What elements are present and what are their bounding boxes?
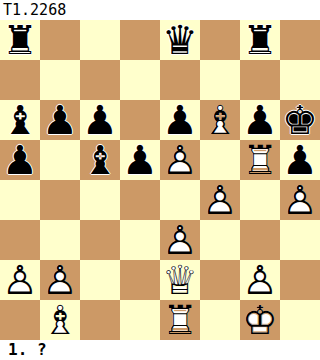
white-pawn-outline-icon: ♙ [280,180,320,220]
black-rook-piece[interactable]: ♜ [240,20,280,60]
square-h4[interactable]: ♟♙ [280,180,320,220]
white-pawn-piece[interactable]: ♟♙ [200,180,240,220]
white-pawn-outline-icon: ♙ [0,260,40,300]
square-a5[interactable]: ♟ [0,140,40,180]
square-f6[interactable]: ♝♗ [200,100,240,140]
white-bishop-outline-icon: ♗ [200,100,240,140]
white-king-piece[interactable]: ♚♔ [240,300,280,340]
square-b5[interactable] [40,140,80,180]
white-pawn-outline-icon: ♙ [200,180,240,220]
white-pawn-outline-icon: ♙ [240,260,280,300]
square-a7[interactable] [0,60,40,100]
square-d5[interactable]: ♟ [120,140,160,180]
white-pawn-piece[interactable]: ♟♙ [160,220,200,260]
square-h7[interactable] [280,60,320,100]
black-pawn-icon: ♟ [40,100,80,140]
black-king-icon: ♚ [280,100,320,140]
square-f1[interactable] [200,300,240,340]
white-bishop-piece[interactable]: ♝♗ [40,300,80,340]
square-h3[interactable] [280,220,320,260]
black-pawn-piece[interactable]: ♟ [240,100,280,140]
black-pawn-icon: ♟ [120,140,160,180]
black-king-piece[interactable]: ♚ [280,100,320,140]
square-b6[interactable]: ♟ [40,100,80,140]
square-g3[interactable] [240,220,280,260]
square-h8[interactable] [280,20,320,60]
chess-puzzle-app: T1.2268 ♜♛♜♝♟♟♟♝♗♟♚♟♝♟♟♙♜♖♟♟♙♟♙♟♙♟♙♟♙♛♕♟… [0,0,320,360]
white-pawn-outline-icon: ♙ [160,220,200,260]
white-queen-piece[interactable]: ♛♕ [160,260,200,300]
square-c2[interactable] [80,260,120,300]
square-f5[interactable] [200,140,240,180]
square-a2[interactable]: ♟♙ [0,260,40,300]
square-g4[interactable] [240,180,280,220]
square-b2[interactable]: ♟♙ [40,260,80,300]
black-pawn-piece[interactable]: ♟ [160,100,200,140]
white-pawn-piece[interactable]: ♟♙ [160,140,200,180]
square-f4[interactable]: ♟♙ [200,180,240,220]
white-bishop-outline-icon: ♗ [40,300,80,340]
square-c8[interactable] [80,20,120,60]
square-g5[interactable]: ♜♖ [240,140,280,180]
square-c1[interactable] [80,300,120,340]
square-f3[interactable] [200,220,240,260]
black-pawn-icon: ♟ [240,100,280,140]
black-pawn-icon: ♟ [80,100,120,140]
footer: 1. ? [0,340,320,360]
square-c4[interactable] [80,180,120,220]
square-g8[interactable]: ♜ [240,20,280,60]
black-rook-icon: ♜ [240,20,280,60]
square-a3[interactable] [0,220,40,260]
black-bishop-piece[interactable]: ♝ [80,140,120,180]
black-pawn-icon: ♟ [0,140,40,180]
square-g7[interactable] [240,60,280,100]
black-pawn-piece[interactable]: ♟ [80,100,120,140]
square-h6[interactable]: ♚ [280,100,320,140]
square-h2[interactable] [280,260,320,300]
square-e1[interactable]: ♜♖ [160,300,200,340]
square-h5[interactable]: ♟ [280,140,320,180]
square-f7[interactable] [200,60,240,100]
square-e5[interactable]: ♟♙ [160,140,200,180]
square-e6[interactable]: ♟ [160,100,200,140]
black-bishop-piece[interactable]: ♝ [0,100,40,140]
black-pawn-piece[interactable]: ♟ [280,140,320,180]
square-e8[interactable]: ♛ [160,20,200,60]
square-d4[interactable] [120,180,160,220]
square-c3[interactable] [80,220,120,260]
square-b8[interactable] [40,20,80,60]
white-pawn-outline-icon: ♙ [40,260,80,300]
square-c7[interactable] [80,60,120,100]
square-d2[interactable] [120,260,160,300]
black-bishop-icon: ♝ [0,100,40,140]
white-rook-outline-icon: ♖ [240,140,280,180]
square-e7[interactable] [160,60,200,100]
black-pawn-icon: ♟ [280,140,320,180]
white-pawn-piece[interactable]: ♟♙ [40,260,80,300]
black-pawn-piece[interactable]: ♟ [120,140,160,180]
square-b3[interactable] [40,220,80,260]
black-pawn-piece[interactable]: ♟ [0,140,40,180]
chess-board: ♜♛♜♝♟♟♟♝♗♟♚♟♝♟♟♙♜♖♟♟♙♟♙♟♙♟♙♟♙♛♕♟♙♝♗♜♖♚♔ [0,20,320,340]
white-pawn-outline-icon: ♙ [160,140,200,180]
white-pawn-piece[interactable]: ♟♙ [240,260,280,300]
square-d8[interactable] [120,20,160,60]
square-h1[interactable] [280,300,320,340]
black-queen-icon: ♛ [160,20,200,60]
square-g1[interactable]: ♚♔ [240,300,280,340]
square-c5[interactable]: ♝ [80,140,120,180]
square-g2[interactable]: ♟♙ [240,260,280,300]
square-d7[interactable] [120,60,160,100]
white-bishop-piece[interactable]: ♝♗ [200,100,240,140]
square-a6[interactable]: ♝ [0,100,40,140]
square-e3[interactable]: ♟♙ [160,220,200,260]
square-d6[interactable] [120,100,160,140]
square-c6[interactable]: ♟ [80,100,120,140]
square-a4[interactable] [0,180,40,220]
square-e2[interactable]: ♛♕ [160,260,200,300]
square-d1[interactable] [120,300,160,340]
square-f8[interactable] [200,20,240,60]
square-b4[interactable] [40,180,80,220]
white-pawn-piece[interactable]: ♟♙ [280,180,320,220]
white-pawn-piece[interactable]: ♟♙ [0,260,40,300]
black-rook-icon: ♜ [0,20,40,60]
square-d3[interactable] [120,220,160,260]
move-prompt: 1. ? [8,340,47,359]
square-b1[interactable]: ♝♗ [40,300,80,340]
black-bishop-icon: ♝ [80,140,120,180]
square-g6[interactable]: ♟ [240,100,280,140]
black-queen-piece[interactable]: ♛ [160,20,200,60]
square-b7[interactable] [40,60,80,100]
black-pawn-piece[interactable]: ♟ [40,100,80,140]
square-f2[interactable] [200,260,240,300]
white-rook-piece[interactable]: ♜♖ [160,300,200,340]
white-rook-piece[interactable]: ♜♖ [240,140,280,180]
black-rook-piece[interactable]: ♜ [0,20,40,60]
black-pawn-icon: ♟ [160,100,200,140]
square-a8[interactable]: ♜ [0,20,40,60]
square-a1[interactable] [0,300,40,340]
white-queen-outline-icon: ♕ [160,260,200,300]
white-rook-outline-icon: ♖ [160,300,200,340]
square-e4[interactable] [160,180,200,220]
white-king-outline-icon: ♔ [240,300,280,340]
